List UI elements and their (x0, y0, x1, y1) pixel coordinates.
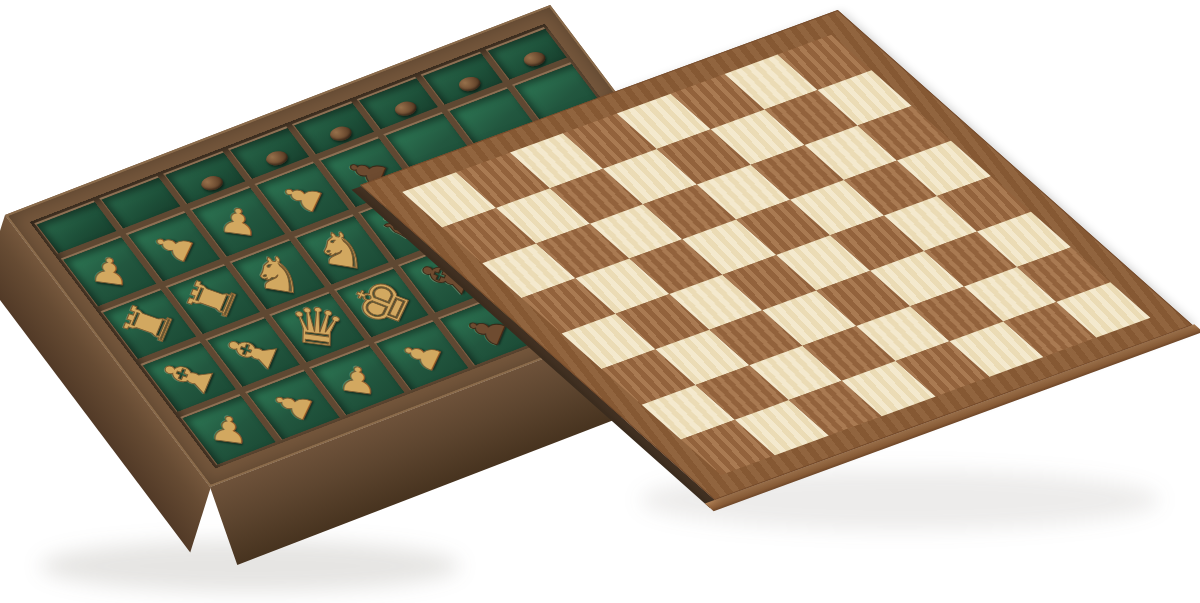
dark-piece-top (262, 149, 291, 169)
light-knight-in-box: ♞ (249, 247, 305, 301)
product-photo-chess-set: ♟♟♟♟♟♜♜♞♞♞♝♝♛♚♝♟♟♟♟♟ (0, 0, 1200, 603)
light-pawn-in-box: ♟ (265, 383, 320, 427)
light-pawn-in-box: ♟ (146, 224, 201, 268)
light-queen-in-box: ♛ (287, 298, 347, 356)
dark-piece-top (520, 49, 549, 69)
dark-piece-top (391, 99, 420, 119)
light-pawn-in-box: ♟ (217, 202, 258, 242)
dark-piece-top (198, 173, 227, 193)
light-pawn-in-box: ♟ (208, 410, 249, 450)
light-bishop-in-box: ♝ (215, 322, 290, 382)
light-rook-in-box: ♜ (114, 297, 182, 351)
dark-piece-top (327, 124, 356, 144)
light-bishop-in-box: ♝ (151, 347, 226, 407)
light-pawn-in-box: ♟ (337, 360, 378, 400)
dark-piece-top (456, 74, 485, 94)
light-pawn-in-box: ♟ (88, 251, 129, 291)
light-knight-in-box: ♞ (314, 222, 370, 276)
light-pawn-in-box: ♟ (394, 333, 449, 377)
light-rook-in-box: ♜ (179, 272, 247, 326)
light-pawn-in-box: ♟ (274, 175, 329, 219)
